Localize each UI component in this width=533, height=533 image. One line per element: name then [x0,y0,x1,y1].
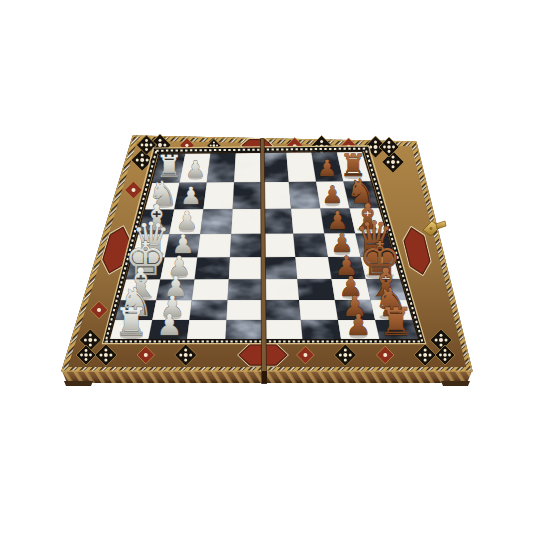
mosaic-pearl-dot [439,354,442,357]
mosaic-pearl-dot [448,354,451,357]
mosaic-pearl-dot [429,354,432,357]
mosaic-pearl-dot [383,353,387,357]
piece-white-pawn-h2[interactable]: ♟ [156,308,182,342]
chessboard-photo: ♜♟♟♜♞♟♟♞♝♟♟♝♛♟♟♛♚♟♟♚♝♟♟♝♞♟♟♞♜♟♟♜ [0,0,533,533]
mosaic-pearl-dot [444,349,447,352]
mosaic-pearl-dot [344,359,347,362]
mosaic-pearl-dot [145,143,149,147]
mosaic-pearl-dot [445,339,448,342]
right-foot [441,381,470,386]
mosaic-pearl-dot [146,159,149,162]
piece-black-pawn-a7[interactable]: ♟ [317,155,337,181]
mosaic-pearl-dot [145,139,148,142]
mosaic-pearl-dot [141,164,144,167]
piece-black-pawn-h7[interactable]: ♟ [345,308,371,342]
mosaic-pearl-dot [104,359,107,362]
mosaic-pearl-dot [185,144,188,147]
mosaic-pearl-dot [343,353,347,357]
mosaic-pearl-dot [89,344,92,347]
mosaic-pearl-dot [150,144,153,147]
mosaic-pearl-dot [344,349,347,352]
mosaic-pearl-dot [184,353,188,357]
mosaic-pearl-dot [84,339,87,342]
mosaic-pearl-dot [388,141,391,144]
mosaic-pearl-dot [213,141,215,143]
mosaic-pearl-dot [163,144,166,147]
mosaic-pearl-dot [189,354,192,357]
piece-black-rook-h8[interactable]: ♜ [379,300,413,344]
mosaic-pearl-dot [392,155,395,158]
mosaic-pearl-dot [444,358,447,361]
mosaic-pearl-dot [145,148,148,151]
mosaic-pearl-dot [144,353,148,357]
mosaic-pearl-dot [374,140,377,143]
mosaic-pearl-dot [320,140,323,143]
mosaic-pearl-dot [89,334,92,337]
mosaic-pearl-dot [392,146,395,149]
mosaic-pearl-dot [158,143,162,147]
mosaic-pearl-dot [94,339,97,342]
mosaic-pearl-dot [387,160,390,163]
mosaic-pearl-dot [216,145,218,147]
mosaic-pearl-dot [104,349,107,352]
mosaic-pearl-dot [383,146,386,149]
brass-latch-pin [430,227,433,230]
mosaic-pearl-dot [184,359,187,362]
mosaic-pearl-dot [159,139,162,142]
mosaic-pearl-dot [439,338,443,342]
left-foot [64,381,93,386]
mosaic-pearl-dot [424,359,427,362]
mosaic-pearl-dot [136,159,139,162]
mosaic-pearl-dot [100,354,103,357]
brass-latch-arm [436,221,446,229]
mosaic-pearl-dot [141,154,144,157]
mosaic-pearl-dot [443,353,447,357]
mosaic-pearl-dot [140,158,144,162]
mosaic-pearl-dot [435,339,438,342]
piece-white-rook-h1[interactable]: ♜ [114,300,148,344]
mosaic-pearl-dot [423,353,427,357]
mosaic-pearl-dot [419,354,422,357]
mosaic-pearl-dot [109,354,112,357]
mosaic-pearl-dot [97,308,101,312]
mosaic-pearl-dot [141,144,144,147]
mosaic-pearl-dot [85,349,88,352]
board-scene-svg: ♜♟♟♜♞♟♟♞♝♟♟♝♛♟♟♛♚♟♟♚♝♟♟♝♞♟♟♞♜♟♟♜ [0,0,533,533]
mosaic-pearl-dot [339,354,342,357]
mosaic-pearl-dot [84,353,88,357]
mosaic-pearl-dot [89,354,92,357]
mosaic-pearl-dot [424,349,427,352]
mosaic-pearl-dot [184,349,187,352]
mosaic-pearl-dot [85,358,88,361]
mosaic-pearl-dot [440,334,443,337]
mosaic-pearl-dot [88,338,92,342]
mosaic-pearl-dot [349,354,352,357]
mosaic-pearl-dot [440,344,443,347]
piece-white-pawn-a2[interactable]: ♟ [185,156,205,182]
mosaic-pearl-dot [132,188,136,192]
mosaic-pearl-dot [213,144,216,147]
mosaic-pearl-dot [388,150,391,153]
mosaic-pearl-dot [179,354,182,357]
mosaic-pearl-dot [387,145,391,149]
mosaic-pearl-dot [104,353,108,357]
mosaic-pearl-dot [374,145,378,149]
mosaic-pearl-dot [397,160,400,163]
mosaic-pearl-dot [374,150,377,153]
front-face-seam-gap [262,371,268,384]
mosaic-pearl-dot [210,145,212,147]
mosaic-pearl-dot [391,160,395,164]
mosaic-pearl-dot [303,353,307,357]
mosaic-pearl-dot [392,165,395,168]
mosaic-pearl-dot [80,354,83,357]
